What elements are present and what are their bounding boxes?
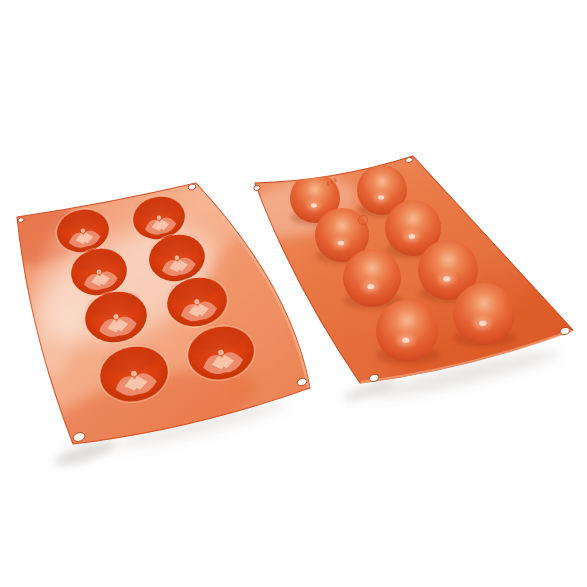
dome-body — [376, 300, 438, 362]
dome-specular — [311, 203, 317, 208]
dome-specular — [409, 234, 416, 239]
dome-specular — [378, 195, 384, 200]
dome-specular — [338, 241, 344, 246]
dome-specular — [443, 276, 450, 281]
dome-specular — [479, 321, 486, 327]
mold-dome — [343, 249, 401, 307]
dome-body — [343, 249, 401, 307]
product-photo — [0, 0, 587, 587]
mold-dome — [376, 300, 438, 362]
mold-dome — [453, 283, 515, 345]
dome-specular — [367, 284, 374, 289]
dome-body — [453, 283, 515, 345]
product-photo-canvas — [0, 0, 587, 587]
dome-specular — [402, 338, 409, 344]
